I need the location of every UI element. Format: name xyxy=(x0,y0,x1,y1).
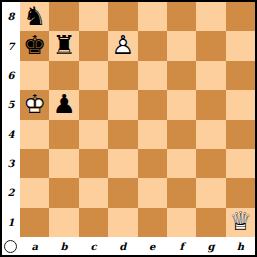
file-labels: abcdefgh xyxy=(20,237,255,255)
square-g4[interactable] xyxy=(196,120,225,149)
square-g7[interactable] xyxy=(196,31,225,60)
square-d3[interactable] xyxy=(108,149,137,178)
square-g1[interactable] xyxy=(196,208,225,237)
rank-label-3: 3 xyxy=(2,149,20,178)
chess-diagram: 87654321 ♞♚♜♟♙♚♔♟♛♕ abcdefgh xyxy=(0,0,257,257)
square-b5[interactable]: ♟ xyxy=(49,90,78,119)
square-a2[interactable] xyxy=(20,178,49,207)
rank-label-2: 2 xyxy=(2,178,20,207)
square-e6[interactable] xyxy=(138,61,167,90)
square-c1[interactable] xyxy=(79,208,108,237)
square-b3[interactable] xyxy=(49,149,78,178)
piece-white-king[interactable]: ♚♔ xyxy=(20,90,49,119)
piece-white-queen[interactable]: ♛♕ xyxy=(226,208,255,237)
square-f8[interactable] xyxy=(167,2,196,31)
chess-board: ♞♚♜♟♙♚♔♟♛♕ xyxy=(20,2,255,237)
piece-black-king[interactable]: ♚ xyxy=(20,31,49,60)
square-d5[interactable] xyxy=(108,90,137,119)
square-g3[interactable] xyxy=(196,149,225,178)
piece-outline-glyph: ♔ xyxy=(23,91,46,117)
piece-glyph: ♞ xyxy=(23,3,46,29)
square-h8[interactable] xyxy=(226,2,255,31)
square-h3[interactable] xyxy=(226,149,255,178)
rank-labels: 87654321 xyxy=(2,2,20,237)
piece-black-rook[interactable]: ♜ xyxy=(49,31,78,60)
square-b1[interactable] xyxy=(49,208,78,237)
file-label-e: e xyxy=(138,237,167,255)
square-g2[interactable] xyxy=(196,178,225,207)
turn-indicator-area xyxy=(2,237,20,255)
square-c5[interactable] xyxy=(79,90,108,119)
square-b8[interactable] xyxy=(49,2,78,31)
rank-label-7: 7 xyxy=(2,31,20,60)
square-f4[interactable] xyxy=(167,120,196,149)
square-g5[interactable] xyxy=(196,90,225,119)
square-f3[interactable] xyxy=(167,149,196,178)
square-e1[interactable] xyxy=(138,208,167,237)
file-label-h: h xyxy=(226,237,255,255)
piece-black-knight[interactable]: ♞ xyxy=(20,2,49,31)
square-h6[interactable] xyxy=(226,61,255,90)
square-a7[interactable]: ♚ xyxy=(20,31,49,60)
white-to-move-indicator xyxy=(4,240,17,253)
square-d1[interactable] xyxy=(108,208,137,237)
square-e5[interactable] xyxy=(138,90,167,119)
square-d6[interactable] xyxy=(108,61,137,90)
square-c7[interactable] xyxy=(79,31,108,60)
square-h7[interactable] xyxy=(226,31,255,60)
square-f5[interactable] xyxy=(167,90,196,119)
square-e2[interactable] xyxy=(138,178,167,207)
file-label-f: f xyxy=(167,237,196,255)
square-g8[interactable] xyxy=(196,2,225,31)
square-a4[interactable] xyxy=(20,120,49,149)
square-a3[interactable] xyxy=(20,149,49,178)
square-a6[interactable] xyxy=(20,61,49,90)
square-e7[interactable] xyxy=(138,31,167,60)
file-label-b: b xyxy=(49,237,78,255)
square-b4[interactable] xyxy=(49,120,78,149)
square-h2[interactable] xyxy=(226,178,255,207)
piece-glyph: ♟ xyxy=(52,91,75,117)
square-d8[interactable] xyxy=(108,2,137,31)
square-f6[interactable] xyxy=(167,61,196,90)
square-c3[interactable] xyxy=(79,149,108,178)
square-h5[interactable] xyxy=(226,90,255,119)
file-label-c: c xyxy=(79,237,108,255)
piece-glyph: ♜ xyxy=(52,32,75,58)
piece-outline-glyph: ♕ xyxy=(229,208,252,234)
square-f2[interactable] xyxy=(167,178,196,207)
square-h4[interactable] xyxy=(226,120,255,149)
file-label-g: g xyxy=(196,237,225,255)
square-c6[interactable] xyxy=(79,61,108,90)
square-h1[interactable]: ♛♕ xyxy=(226,208,255,237)
square-f7[interactable] xyxy=(167,31,196,60)
square-a1[interactable] xyxy=(20,208,49,237)
rank-label-1: 1 xyxy=(2,208,20,237)
square-e8[interactable] xyxy=(138,2,167,31)
square-f1[interactable] xyxy=(167,208,196,237)
square-e3[interactable] xyxy=(138,149,167,178)
square-e4[interactable] xyxy=(138,120,167,149)
rank-label-5: 5 xyxy=(2,90,20,119)
file-label-a: a xyxy=(20,237,49,255)
square-c2[interactable] xyxy=(79,178,108,207)
square-c8[interactable] xyxy=(79,2,108,31)
square-a8[interactable]: ♞ xyxy=(20,2,49,31)
rank-label-6: 6 xyxy=(2,61,20,90)
square-g6[interactable] xyxy=(196,61,225,90)
piece-glyph: ♚ xyxy=(23,32,46,58)
rank-label-4: 4 xyxy=(2,120,20,149)
square-a5[interactable]: ♚♔ xyxy=(20,90,49,119)
square-b6[interactable] xyxy=(49,61,78,90)
square-b7[interactable]: ♜ xyxy=(49,31,78,60)
square-b2[interactable] xyxy=(49,178,78,207)
rank-label-8: 8 xyxy=(2,2,20,31)
square-d7[interactable]: ♟♙ xyxy=(108,31,137,60)
square-d2[interactable] xyxy=(108,178,137,207)
square-d4[interactable] xyxy=(108,120,137,149)
piece-white-pawn[interactable]: ♟♙ xyxy=(108,31,137,60)
file-label-d: d xyxy=(108,237,137,255)
square-c4[interactable] xyxy=(79,120,108,149)
piece-black-pawn[interactable]: ♟ xyxy=(49,90,78,119)
piece-outline-glyph: ♙ xyxy=(111,32,134,58)
